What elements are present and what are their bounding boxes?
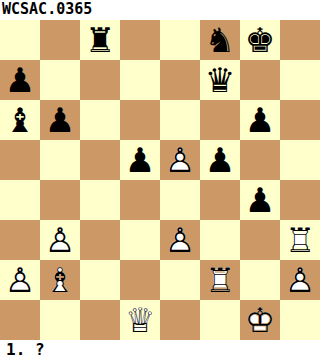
piece-black-queen: ♛: [200, 60, 240, 100]
square-d1[interactable]: ♛♕: [120, 300, 160, 340]
square-e1[interactable]: [160, 300, 200, 340]
white-piece-outline: ♙: [40, 220, 80, 260]
square-f4[interactable]: [200, 180, 240, 220]
square-b2[interactable]: ♝♗: [40, 260, 80, 300]
white-piece-outline: ♖: [200, 260, 240, 300]
white-piece-outline: ♗: [40, 260, 80, 300]
square-a1[interactable]: [0, 300, 40, 340]
square-d7[interactable]: [120, 60, 160, 100]
white-piece-outline: ♖: [280, 220, 320, 260]
piece-white-queen: ♛♕: [120, 300, 160, 340]
piece-white-pawn: ♟♙: [40, 220, 80, 260]
status-bar: 1. ?: [0, 340, 320, 360]
move-prompt: 1. ?: [6, 340, 45, 359]
page-title: WCSAC.0365: [2, 0, 92, 18]
white-piece-outline: ♕: [120, 300, 160, 340]
square-g1[interactable]: ♚♔: [240, 300, 280, 340]
piece-black-pawn: ♟: [40, 100, 80, 140]
square-b3[interactable]: ♟♙: [40, 220, 80, 260]
square-d5[interactable]: ♟: [120, 140, 160, 180]
square-c8[interactable]: ♜: [80, 20, 120, 60]
square-a4[interactable]: [0, 180, 40, 220]
square-d4[interactable]: [120, 180, 160, 220]
square-c6[interactable]: [80, 100, 120, 140]
square-a6[interactable]: ♝: [0, 100, 40, 140]
square-a3[interactable]: [0, 220, 40, 260]
square-e2[interactable]: [160, 260, 200, 300]
square-f1[interactable]: [200, 300, 240, 340]
square-g4[interactable]: ♟: [240, 180, 280, 220]
square-c7[interactable]: [80, 60, 120, 100]
piece-black-pawn: ♟: [200, 140, 240, 180]
square-h1[interactable]: [280, 300, 320, 340]
square-h8[interactable]: [280, 20, 320, 60]
square-b6[interactable]: ♟: [40, 100, 80, 140]
square-e4[interactable]: [160, 180, 200, 220]
square-f8[interactable]: ♞: [200, 20, 240, 60]
white-piece-outline: ♙: [160, 220, 200, 260]
piece-white-pawn: ♟♙: [0, 260, 40, 300]
piece-white-king: ♚♔: [240, 300, 280, 340]
square-a2[interactable]: ♟♙: [0, 260, 40, 300]
chess-board: ♜♞♚♟♛♝♟♟♟♟♙♟♟♟♙♟♙♜♖♟♙♝♗♜♖♟♙♛♕♚♔: [0, 20, 320, 340]
square-g5[interactable]: [240, 140, 280, 180]
square-h7[interactable]: [280, 60, 320, 100]
piece-black-pawn: ♟: [120, 140, 160, 180]
white-piece-outline: ♙: [280, 260, 320, 300]
piece-white-bishop: ♝♗: [40, 260, 80, 300]
piece-black-pawn: ♟: [240, 100, 280, 140]
piece-black-bishop: ♝: [0, 100, 40, 140]
square-e7[interactable]: [160, 60, 200, 100]
square-b1[interactable]: [40, 300, 80, 340]
square-d2[interactable]: [120, 260, 160, 300]
square-d8[interactable]: [120, 20, 160, 60]
square-b8[interactable]: [40, 20, 80, 60]
square-f5[interactable]: ♟: [200, 140, 240, 180]
piece-black-pawn: ♟: [0, 60, 40, 100]
square-h2[interactable]: ♟♙: [280, 260, 320, 300]
piece-black-king: ♚: [240, 20, 280, 60]
square-f7[interactable]: ♛: [200, 60, 240, 100]
square-e6[interactable]: [160, 100, 200, 140]
square-b4[interactable]: [40, 180, 80, 220]
square-c3[interactable]: [80, 220, 120, 260]
square-e8[interactable]: [160, 20, 200, 60]
square-a7[interactable]: ♟: [0, 60, 40, 100]
square-f3[interactable]: [200, 220, 240, 260]
square-a8[interactable]: [0, 20, 40, 60]
piece-black-knight: ♞: [200, 20, 240, 60]
square-h3[interactable]: ♜♖: [280, 220, 320, 260]
square-f2[interactable]: ♜♖: [200, 260, 240, 300]
square-g3[interactable]: [240, 220, 280, 260]
square-b7[interactable]: [40, 60, 80, 100]
square-g7[interactable]: [240, 60, 280, 100]
square-c5[interactable]: [80, 140, 120, 180]
piece-white-pawn: ♟♙: [280, 260, 320, 300]
piece-black-pawn: ♟: [240, 180, 280, 220]
square-c4[interactable]: [80, 180, 120, 220]
square-d3[interactable]: [120, 220, 160, 260]
square-h5[interactable]: [280, 140, 320, 180]
piece-black-rook: ♜: [80, 20, 120, 60]
square-g2[interactable]: [240, 260, 280, 300]
white-piece-outline: ♔: [240, 300, 280, 340]
square-f6[interactable]: [200, 100, 240, 140]
square-g8[interactable]: ♚: [240, 20, 280, 60]
square-e5[interactable]: ♟♙: [160, 140, 200, 180]
piece-white-rook: ♜♖: [200, 260, 240, 300]
square-g6[interactable]: ♟: [240, 100, 280, 140]
square-c2[interactable]: [80, 260, 120, 300]
square-a5[interactable]: [0, 140, 40, 180]
square-b5[interactable]: [40, 140, 80, 180]
square-e3[interactable]: ♟♙: [160, 220, 200, 260]
piece-white-pawn: ♟♙: [160, 220, 200, 260]
piece-white-pawn: ♟♙: [160, 140, 200, 180]
square-c1[interactable]: [80, 300, 120, 340]
white-piece-outline: ♙: [160, 140, 200, 180]
square-h4[interactable]: [280, 180, 320, 220]
square-h6[interactable]: [280, 100, 320, 140]
white-piece-outline: ♙: [0, 260, 40, 300]
piece-white-rook: ♜♖: [280, 220, 320, 260]
title-bar: WCSAC.0365: [0, 0, 320, 20]
square-d6[interactable]: [120, 100, 160, 140]
